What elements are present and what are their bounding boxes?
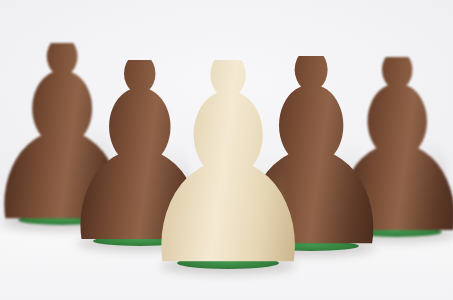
pawns-photo-scene: ♟ ♟ ♟ ♟ ♟ ♟ ♟ ♟ ♟ ♟ (0, 0, 453, 300)
pawn-icon: ♟ (128, 60, 328, 266)
pawn-light-front-center: ♟ ♟ (130, 60, 326, 266)
